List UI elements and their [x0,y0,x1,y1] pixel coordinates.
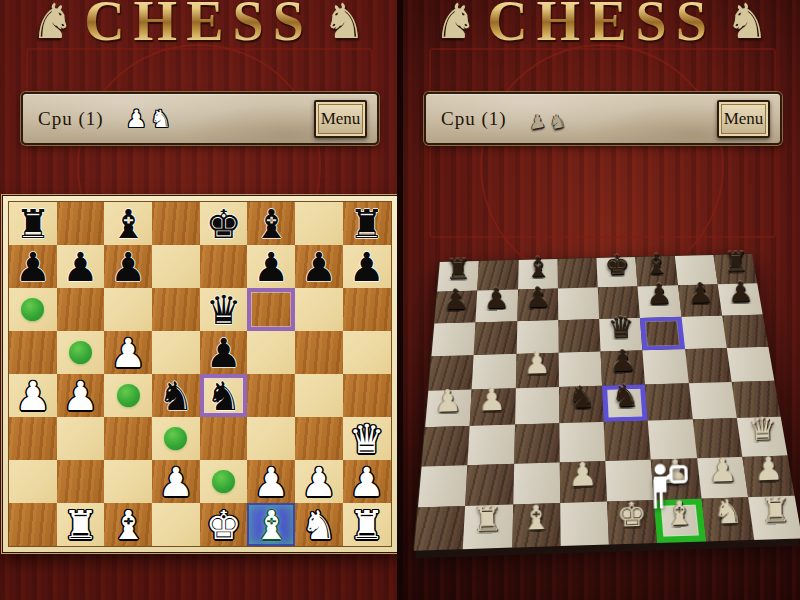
opponent-label: Cpu (1) [441,108,507,130]
piece-black-r-h8[interactable]: ♜ [343,202,391,245]
piece-white-p-a4[interactable]: ♟ [9,374,57,417]
square-b3[interactable] [57,417,105,460]
captured-pieces-tray: ♟♞ [126,94,172,143]
piece-black-p-g7[interactable]: ♟ [295,245,343,288]
panel-3d-view: ♞ CHESS ♞ Cpu (1) ♟♞ Menu ♜♝♚♝♜♟♟♟♟♟♟♛♟♟… [403,0,800,600]
square-g1[interactable]: ♞ [701,497,754,541]
square-d7[interactable] [558,288,599,320]
piece-black-r-a8[interactable]: ♜ [9,202,57,245]
square-a5[interactable] [9,331,57,374]
knight-icon: ♞ [323,0,366,45]
square-e2[interactable] [200,460,248,503]
captured-white-pawn-icon: ♟ [126,106,148,132]
square-d6[interactable] [152,288,200,331]
square-f6[interactable] [640,316,684,350]
piece-black-b-f8[interactable]: ♝ [247,202,295,245]
square-d5[interactable] [152,331,200,374]
move-target-dot[interactable] [212,470,235,493]
square-b6[interactable] [57,288,105,331]
square-b4[interactable]: ♟ [470,388,515,426]
square-d8[interactable] [557,258,597,289]
square-f5[interactable] [247,331,295,374]
piece-black-n-d4[interactable]: ♞ [152,374,200,417]
square-h6[interactable] [343,288,391,331]
square-h5[interactable] [727,347,775,382]
knight-icon: ♞ [726,0,769,45]
square-c7[interactable]: ♟ [104,245,152,288]
square-a4[interactable]: ♟ [425,390,472,428]
square-g1[interactable]: ♞ [295,503,343,546]
square-c7[interactable]: ♟ [517,289,558,321]
move-target-dot[interactable] [117,384,140,407]
square-a6[interactable] [9,288,57,331]
opponent-label: Cpu (1) [38,108,104,130]
square-c5[interactable]: ♟ [104,331,152,374]
piece-black-p-b7[interactable]: ♟ [475,278,517,320]
square-c1[interactable]: ♝ [512,503,561,548]
square-a8[interactable]: ♜ [9,202,57,245]
board-3d: ♜♝♚♝♜♟♟♟♟♟♟♛♟♟♟♟♞♞♛♟♟♟♟♜♝♚♝♞♜ [413,253,800,549]
square-e6[interactable]: ♛ [200,288,248,331]
square-g6[interactable] [681,315,726,349]
piece-white-p-f2[interactable]: ♟ [247,460,295,503]
square-b7[interactable]: ♟ [476,290,518,322]
piece-white-b-f1[interactable]: ♝ [655,488,704,537]
square-c2[interactable] [104,460,152,503]
board-2d-frame: ♜♝♚♝♜♟♟♟♟♟♟♛♟♟♟♟♞♞♛♟♟♟♟♜♝♚♝♞♜ [2,195,397,553]
title-bar: ♞ CHESS ♞ [0,0,397,49]
square-c3[interactable] [104,417,152,460]
piece-white-r-h1[interactable]: ♜ [343,503,391,546]
square-g6[interactable] [295,288,343,331]
square-a4[interactable]: ♟ [9,374,57,417]
square-d4[interactable]: ♞ [152,374,200,417]
app-title: CHESS [487,0,716,53]
square-f4[interactable] [645,383,692,421]
piece-white-k-e1[interactable]: ♚ [200,503,248,546]
square-g3[interactable] [295,417,343,460]
square-g2[interactable]: ♟ [295,460,343,503]
square-b2[interactable] [57,460,105,503]
piece-black-n-e4[interactable]: ♞ [200,374,248,417]
piece-white-p-c5[interactable]: ♟ [515,341,559,385]
square-e1[interactable]: ♚ [607,500,657,545]
square-h5[interactable] [343,331,391,374]
square-h7[interactable]: ♟ [343,245,391,288]
square-e8[interactable]: ♚ [596,257,637,288]
square-c3[interactable] [514,423,560,463]
square-c5[interactable]: ♟ [515,353,558,389]
square-e3[interactable] [200,417,248,460]
square-c4[interactable] [104,374,152,417]
app-title: CHESS [84,0,313,53]
piece-white-p-c5[interactable]: ♟ [104,331,152,374]
piece-white-p-h2[interactable]: ♟ [343,460,391,503]
piece-white-n-g1[interactable]: ♞ [295,503,343,546]
square-h4[interactable] [343,374,391,417]
piece-black-p-h7[interactable]: ♟ [720,271,761,313]
piece-black-p-h7[interactable]: ♟ [343,245,391,288]
title-bar: ♞ CHESS ♞ [403,0,800,49]
square-f4[interactable] [247,374,295,417]
piece-black-p-c7[interactable]: ♟ [104,245,152,288]
move-target-dot[interactable] [21,298,44,321]
piece-black-p-e5[interactable]: ♟ [200,331,248,374]
square-h3[interactable]: ♛ [343,417,391,460]
square-a3[interactable] [422,426,470,466]
piece-black-k-e8[interactable]: ♚ [200,202,248,245]
square-b6[interactable] [474,321,517,355]
board-3d-scene: ♜♝♚♝♜♟♟♟♟♟♟♛♟♟♟♟♞♞♛♟♟♟♟♜♝♚♝♞♜ [426,228,776,558]
piece-white-p-a4[interactable]: ♟ [425,378,470,423]
square-d6[interactable] [558,319,600,353]
square-b5[interactable] [57,331,105,374]
piece-white-p-g2[interactable]: ♟ [295,460,343,503]
square-f8[interactable]: ♝ [247,202,295,245]
piece-black-p-c7[interactable]: ♟ [516,276,558,318]
square-f1[interactable]: ♝ [654,498,706,543]
piece-black-p-f7[interactable]: ♟ [639,273,681,315]
piece-white-r-b1[interactable]: ♜ [463,494,512,544]
piece-black-p-b7[interactable]: ♟ [57,245,105,288]
square-e7[interactable] [200,245,248,288]
square-d4[interactable]: ♞ [559,386,604,424]
square-g4[interactable] [688,382,736,419]
captured-white-pawn-icon: ♟ [528,108,546,133]
piece-white-r-b1[interactable]: ♜ [57,503,105,546]
piece-black-n-d4[interactable]: ♞ [558,374,603,419]
square-g7[interactable]: ♟ [678,284,722,316]
square-c1[interactable]: ♝ [104,503,152,546]
square-d7[interactable] [152,245,200,288]
square-a2[interactable] [9,460,57,503]
app-window: ♞ CHESS ♞ Cpu (1) ♟♞ Menu ♜♝♚♝♜♟♟♟♟♟♟♛♟♟… [0,0,800,600]
square-g8[interactable] [295,202,343,245]
piece-black-k-e8[interactable]: ♚ [597,245,638,286]
piece-white-b-c1[interactable]: ♝ [104,503,152,546]
piece-black-q-e6[interactable]: ♛ [200,288,248,331]
square-b3[interactable] [468,425,515,465]
piece-black-p-a7[interactable]: ♟ [9,245,57,288]
piece-white-n-g1[interactable]: ♞ [703,487,752,536]
square-c8[interactable]: ♝ [104,202,152,245]
move-target-dot[interactable] [69,341,92,364]
menu-button[interactable]: Menu [314,100,367,138]
square-d8[interactable] [152,202,200,245]
menu-button[interactable]: Menu [717,100,770,138]
piece-white-k-e1[interactable]: ♚ [607,490,656,539]
square-a2[interactable] [418,465,468,507]
move-target-dot[interactable] [164,427,187,450]
piece-black-p-a7[interactable]: ♟ [435,279,477,321]
square-b8[interactable] [57,202,105,245]
square-d2[interactable]: ♟ [152,460,200,503]
piece-white-p-b4[interactable]: ♟ [57,374,105,417]
piece-black-p-f7[interactable]: ♟ [247,245,295,288]
piece-white-b-c1[interactable]: ♝ [511,493,560,543]
captured-white-knight-icon: ♞ [548,108,566,133]
captured-white-knight-icon: ♞ [150,106,172,132]
piece-black-n-e4[interactable]: ♞ [602,373,647,418]
square-f2[interactable]: ♟ [247,460,295,503]
piece-white-b-f1[interactable]: ♝ [247,503,295,546]
square-h1[interactable]: ♜ [748,495,800,539]
board-2d: ♜♝♚♝♜♟♟♟♟♟♟♛♟♟♟♟♞♞♛♟♟♟♟♜♝♚♝♞♜ [8,201,392,547]
square-a7[interactable]: ♟ [434,291,477,323]
square-f7[interactable]: ♟ [638,285,681,317]
piece-white-r-h1[interactable]: ♜ [751,485,800,534]
square-c4[interactable] [515,387,560,425]
knight-icon: ♞ [434,0,477,45]
square-f5[interactable] [643,349,689,385]
panel-2d-view: ♞ CHESS ♞ Cpu (1) ♟♞ Menu ♜♝♚♝♜♟♟♟♟♟♟♛♟♟… [0,0,397,600]
piece-black-p-g7[interactable]: ♟ [679,272,720,314]
square-f7[interactable]: ♟ [247,245,295,288]
square-h8[interactable]: ♜ [343,202,391,245]
square-a3[interactable] [9,417,57,460]
square-h1[interactable]: ♜ [343,503,391,546]
status-bar: Cpu (1) ♟♞ Menu [21,92,379,145]
square-a1[interactable] [9,503,57,546]
square-c6[interactable] [104,288,152,331]
piece-white-p-b4[interactable]: ♟ [470,377,515,422]
square-e5[interactable]: ♟ [200,331,248,374]
knight-icon: ♞ [31,0,74,45]
square-d1[interactable] [152,503,200,546]
square-d3[interactable] [152,417,200,460]
square-a1[interactable] [414,506,465,551]
square-f1[interactable]: ♝ [247,503,295,546]
square-g7[interactable]: ♟ [295,245,343,288]
captured-pieces-tray: ♟♞ [529,94,566,143]
square-d1[interactable] [560,501,609,546]
square-h6[interactable] [722,314,768,348]
square-g5[interactable] [685,348,732,383]
square-d2[interactable]: ♟ [560,461,608,503]
square-b1[interactable]: ♜ [463,504,513,549]
square-e1[interactable]: ♚ [200,503,248,546]
square-g4[interactable] [295,374,343,417]
square-f6[interactable] [247,288,295,331]
piece-white-p-d2[interactable]: ♟ [559,450,607,498]
square-b1[interactable]: ♜ [57,503,105,546]
square-e4[interactable]: ♞ [602,385,648,423]
status-bar: Cpu (1) ♟♞ Menu [424,92,782,145]
square-e3[interactable] [604,421,651,461]
square-e4[interactable]: ♞ [200,374,248,417]
square-h7[interactable]: ♟ [717,283,762,315]
square-e8[interactable]: ♚ [200,202,248,245]
square-b7[interactable]: ♟ [57,245,105,288]
piece-white-q-h3[interactable]: ♛ [343,417,391,460]
square-a6[interactable] [431,322,475,356]
square-b4[interactable]: ♟ [57,374,105,417]
square-f3[interactable] [247,417,295,460]
square-g5[interactable] [295,331,343,374]
piece-white-p-d2[interactable]: ♟ [152,460,200,503]
square-h2[interactable]: ♟ [343,460,391,503]
square-a7[interactable]: ♟ [9,245,57,288]
piece-black-b-c8[interactable]: ♝ [104,202,152,245]
